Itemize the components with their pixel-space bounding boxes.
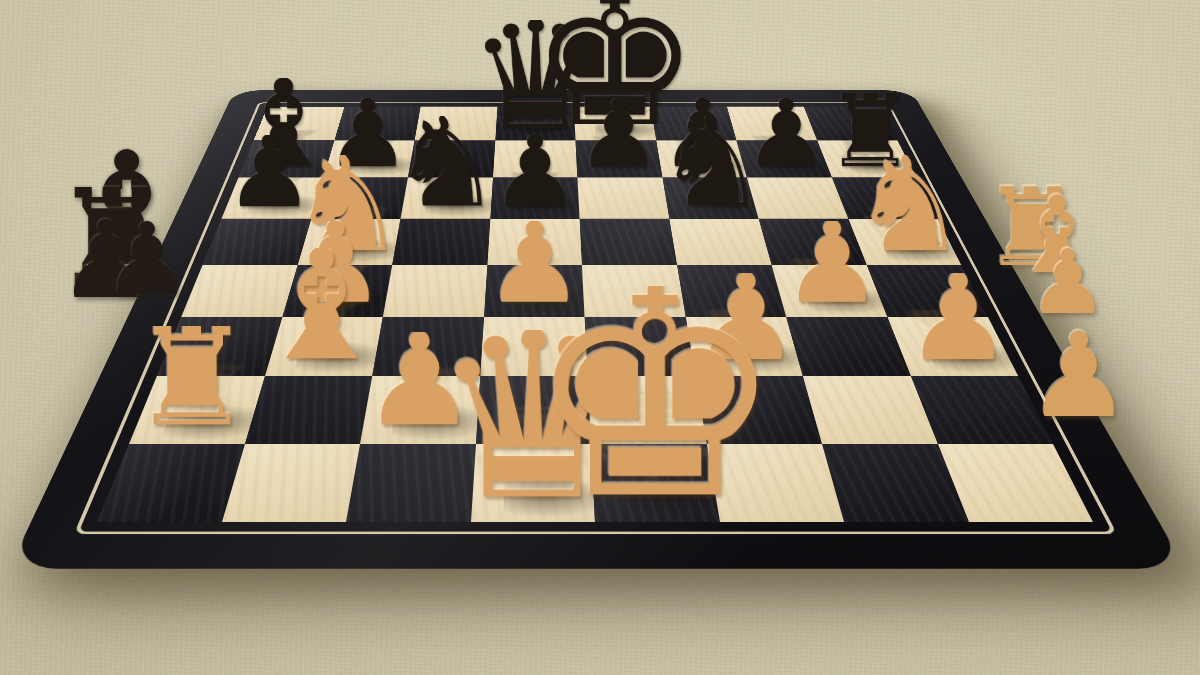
captured-white-pawn[interactable]: ♟ (1028, 249, 1108, 316)
square-a2[interactable]: ♜♜ (129, 376, 264, 444)
captured-black-pawn[interactable]: ♟ (102, 222, 192, 297)
chess-board: ♛♛♚♚♝♝♟♟♟♟♟♟♟♟♜♜♟♟♞♞♟♟♞♞♞♞♞♞♟♟♟♟♟♟♝♝♟♟♟♟… (97, 107, 1093, 522)
square-e7[interactable]: ♟♟ (576, 140, 663, 177)
square-h3[interactable]: ♟♟ (887, 317, 1018, 376)
white-rook-a2[interactable]: ♜ (131, 325, 254, 428)
square-g1[interactable] (822, 444, 969, 522)
fabric-background: ♛♛♚♚♝♝♟♟♟♟♟♟♟♟♜♜♟♟♞♞♟♟♞♞♞♞♞♞♟♟♟♟♟♟♝♝♟♟♟♟… (0, 0, 1200, 675)
square-f6[interactable]: ♞♞ (662, 177, 758, 218)
square-e1[interactable]: ♚♚ (591, 444, 719, 522)
black-knight-c6[interactable]: ♞ (391, 116, 502, 209)
square-a1[interactable] (97, 444, 245, 522)
square-c6[interactable]: ♞♞ (401, 177, 493, 218)
board-scene: ♛♛♚♚♝♝♟♟♟♟♟♟♟♟♜♜♟♟♞♞♟♟♞♞♞♞♞♞♟♟♟♟♟♟♝♝♟♟♟♟… (0, 0, 1200, 675)
white-king-e1[interactable]: ♚ (525, 286, 785, 504)
black-pawn-e7[interactable]: ♟ (577, 98, 661, 169)
square-b1[interactable] (222, 444, 361, 522)
captured-white-pawn[interactable]: ♟ (1027, 332, 1132, 420)
black-knight-f6[interactable]: ♞ (656, 116, 767, 209)
square-c5[interactable] (392, 219, 490, 265)
square-b2[interactable] (245, 376, 373, 444)
